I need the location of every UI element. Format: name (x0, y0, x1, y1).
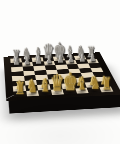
chess-set-photo: ♜♞♝♛♚♝♞♜♟♟♟♟♟♟♟♟♟♟♟♟♟♟♟♟♜♞♝♛♚♝♞♜ (0, 0, 120, 144)
board-squares: ♜♞♝♛♚♝♞♜♟♟♟♟♟♟♟♟♟♟♟♟♟♟♟♟♜♞♝♛♚♝♞♜ (10, 55, 113, 97)
piece-white-king-e1: ♚ (63, 70, 77, 94)
square-g1: ♞ (87, 87, 101, 93)
square-b1: ♞ (26, 90, 39, 96)
piece-white-bishop-f1: ♝ (77, 75, 88, 93)
piece-white-queen-d1: ♛ (51, 71, 65, 94)
piece-black-pawn-c7: ♟ (36, 55, 42, 66)
square-h1: ♜ (99, 86, 114, 92)
frame-miter-highlight (6, 95, 14, 99)
piece-white-rook-a1: ♜ (15, 79, 25, 96)
piece-white-rook-h1: ♜ (102, 75, 112, 92)
piece-black-pawn-h7: ♟ (90, 53, 96, 64)
square-c1: ♝ (38, 90, 52, 96)
piece-black-pawn-a7: ♟ (13, 56, 19, 67)
square-d1: ♛ (50, 89, 64, 95)
piece-white-bishop-c1: ♝ (40, 77, 51, 95)
piece-white-knight-b1: ♞ (27, 78, 38, 96)
piece-black-pawn-f7: ♟ (69, 54, 75, 65)
piece-black-pawn-b7: ♟ (25, 56, 31, 67)
piece-black-pawn-d7: ♟ (47, 55, 53, 66)
square-e1: ♚ (62, 88, 76, 94)
square-a1: ♜ (13, 91, 26, 97)
chess-board: ♜♞♝♛♚♝♞♜♟♟♟♟♟♟♟♟♟♟♟♟♟♟♟♟♜♞♝♛♚♝♞♜ (4, 52, 120, 101)
piece-white-knight-g1: ♞ (90, 74, 101, 92)
piece-black-pawn-g7: ♟ (79, 53, 85, 64)
piece-black-pawn-e7: ♟ (58, 54, 64, 65)
